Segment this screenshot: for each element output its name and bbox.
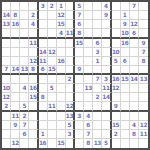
cell-r12c4-empty[interactable] — [29, 102, 38, 111]
cell-r6c1-empty[interactable] — [2, 48, 11, 57]
cell-r8c11-empty[interactable] — [93, 66, 102, 75]
cell-r10c6-given[interactable]: 5 — [48, 84, 57, 93]
cell-r1c13-empty[interactable] — [112, 2, 121, 11]
cell-r3c16-empty[interactable] — [139, 20, 148, 29]
cell-r13c5-empty[interactable] — [39, 112, 48, 121]
cell-r2c4-given[interactable]: 2 — [29, 11, 38, 20]
cell-r9c15-given[interactable]: 14 — [130, 75, 139, 84]
cell-r15c16-given[interactable]: 11 — [139, 130, 148, 139]
cell-r10c14-empty[interactable] — [121, 84, 130, 93]
cell-r12c8-given[interactable]: 12 — [66, 102, 75, 111]
cell-r10c3-given[interactable]: 4 — [20, 84, 29, 93]
cell-r16c14-empty[interactable] — [121, 139, 130, 148]
cell-r15c9-empty[interactable] — [75, 130, 84, 139]
cell-r5c12-empty[interactable] — [102, 39, 111, 48]
cell-r4c3-empty[interactable] — [20, 29, 29, 38]
cell-r2c9-given[interactable]: 7 — [75, 11, 84, 20]
cell-r9c4-empty[interactable] — [29, 75, 38, 84]
cell-r6c4-empty[interactable] — [29, 48, 38, 57]
cell-r11c6-empty[interactable] — [48, 93, 57, 102]
cell-r1c11-empty[interactable] — [93, 2, 102, 11]
cell-r8c4-given[interactable]: 8 — [29, 66, 38, 75]
cell-r3c10-empty[interactable] — [84, 20, 93, 29]
cell-r4c5-empty[interactable] — [39, 29, 48, 38]
cell-r5c13-empty[interactable] — [112, 39, 121, 48]
cell-r1c16-empty[interactable] — [139, 2, 148, 11]
cell-r7c8-empty[interactable] — [66, 57, 75, 66]
cell-r4c7-given[interactable]: 4 — [57, 29, 66, 38]
cell-r3c12-empty[interactable] — [102, 20, 111, 29]
cell-r11c2-empty[interactable] — [11, 93, 20, 102]
cell-r9c9-empty[interactable] — [75, 75, 84, 84]
cell-r2c16-empty[interactable] — [139, 11, 148, 20]
cell-r4c9-given[interactable]: 8 — [75, 29, 84, 38]
cell-r15c2-empty[interactable] — [11, 130, 20, 139]
cell-r1c5-given[interactable]: 3 — [39, 2, 48, 11]
cell-r9c5-empty[interactable] — [39, 75, 48, 84]
cell-r7c2-empty[interactable] — [11, 57, 20, 66]
cell-r10c13-given[interactable]: 12 — [112, 84, 121, 93]
cell-r6c12-empty[interactable] — [102, 48, 111, 57]
cell-r1c15-given[interactable]: 7 — [130, 2, 139, 11]
cell-r6c13-given[interactable]: 10 — [112, 48, 121, 57]
cell-r8c5-given[interactable]: 6 — [39, 66, 48, 75]
cell-r14c5-empty[interactable] — [39, 121, 48, 130]
cell-r16c11-given[interactable]: 13 — [93, 139, 102, 148]
cell-r4c4-empty[interactable] — [29, 29, 38, 38]
cell-r6c16-given[interactable]: 7 — [139, 48, 148, 57]
cell-r14c11-empty[interactable] — [93, 121, 102, 130]
cell-r3c9-given[interactable]: 6 — [75, 20, 84, 29]
cell-r6c11-given[interactable]: 3 — [93, 48, 102, 57]
cell-r13c14-empty[interactable] — [121, 112, 130, 121]
cell-r16c16-empty[interactable] — [139, 139, 148, 148]
cell-r14c1-empty[interactable] — [2, 121, 11, 130]
cell-r1c7-given[interactable]: 1 — [57, 2, 66, 11]
cell-r2c1-given[interactable]: 14 — [2, 11, 11, 20]
cell-r11c11-given[interactable]: 2 — [93, 93, 102, 102]
cell-r5c9-given[interactable]: 15 — [75, 39, 84, 48]
cell-r15c11-empty[interactable] — [93, 130, 102, 139]
cell-r1c4-empty[interactable] — [29, 2, 38, 11]
cell-r7c3-empty[interactable] — [20, 57, 29, 66]
cell-r14c9-empty[interactable] — [75, 121, 84, 130]
cell-r13c12-empty[interactable] — [102, 112, 111, 121]
cell-r5c8-empty[interactable] — [66, 39, 75, 48]
cell-r8c2-given[interactable]: 14 — [11, 66, 20, 75]
cell-r4c12-empty[interactable] — [102, 29, 111, 38]
cell-r4c13-empty[interactable] — [112, 29, 121, 38]
cell-r8c15-empty[interactable] — [130, 66, 139, 75]
cell-r13c3-given[interactable]: 2 — [20, 112, 29, 121]
cell-r2c6-empty[interactable] — [48, 11, 57, 20]
cell-r8c10-empty[interactable] — [84, 66, 93, 75]
cell-r10c5-empty[interactable] — [39, 84, 48, 93]
cell-r2c8-empty[interactable] — [66, 11, 75, 20]
cell-r10c4-given[interactable]: 16 — [29, 84, 38, 93]
cell-r14c7-empty[interactable] — [57, 121, 66, 130]
cell-r14c4-empty[interactable] — [29, 121, 38, 130]
cell-r11c3-empty[interactable] — [20, 93, 29, 102]
cell-r7c6-empty[interactable] — [48, 57, 57, 66]
cell-r1c1-empty[interactable] — [2, 2, 11, 11]
cell-r14c8-given[interactable]: 5 — [66, 121, 75, 130]
cell-r15c14-empty[interactable] — [121, 130, 130, 139]
cell-r10c1-given[interactable]: 10 — [2, 84, 11, 93]
cell-r11c5-given[interactable]: 8 — [39, 93, 48, 102]
cell-r12c5-empty[interactable] — [39, 102, 48, 111]
cell-r12c1-given[interactable]: 2 — [2, 102, 11, 111]
cell-r5c10-empty[interactable] — [84, 39, 93, 48]
cell-r12c2-empty[interactable] — [11, 102, 20, 111]
cell-r13c2-given[interactable]: 11 — [11, 112, 20, 121]
cell-r12c11-empty[interactable] — [93, 102, 102, 111]
cell-r6c9-empty[interactable] — [75, 48, 84, 57]
cell-r14c14-empty[interactable] — [121, 121, 130, 130]
cell-r5c7-empty[interactable] — [57, 39, 66, 48]
cell-r8c3-given[interactable]: 13 — [20, 66, 29, 75]
cell-r16c1-empty[interactable] — [2, 139, 11, 148]
cell-r2c5-empty[interactable] — [39, 11, 48, 20]
cell-r10c10-given[interactable]: 13 — [84, 84, 93, 93]
cell-r13c13-empty[interactable] — [112, 112, 121, 121]
cell-r14c15-given[interactable]: 4 — [130, 121, 139, 130]
cell-r3c5-empty[interactable] — [39, 20, 48, 29]
cell-r14c10-given[interactable]: 6 — [84, 121, 93, 130]
cell-r2c12-given[interactable]: 9 — [102, 11, 111, 20]
cell-r10c9-empty[interactable] — [75, 84, 84, 93]
cell-r13c15-empty[interactable] — [130, 112, 139, 121]
cell-r10c15-empty[interactable] — [130, 84, 139, 93]
cell-r9c2-empty[interactable] — [11, 75, 20, 84]
cell-r5c15-empty[interactable] — [130, 39, 139, 48]
cell-r15c4-empty[interactable] — [29, 130, 38, 139]
cell-r1c3-empty[interactable] — [20, 2, 29, 11]
cell-r8c12-empty[interactable] — [102, 66, 111, 75]
cell-r15c13-given[interactable]: 2 — [112, 130, 121, 139]
cell-r7c12-empty[interactable] — [102, 57, 111, 66]
cell-r9c11-given[interactable]: 7 — [93, 75, 102, 84]
cell-r4c15-given[interactable]: 6 — [130, 29, 139, 38]
cell-r9c1-empty[interactable] — [2, 75, 11, 84]
cell-r16c12-given[interactable]: 5 — [102, 139, 111, 148]
cell-r16c9-empty[interactable] — [75, 139, 84, 148]
cell-r14c2-given[interactable]: 9 — [11, 121, 20, 130]
cell-r1c12-given[interactable]: 4 — [102, 2, 111, 11]
cell-r4c2-empty[interactable] — [11, 29, 20, 38]
cell-r11c14-empty[interactable] — [121, 93, 130, 102]
cell-r9c6-empty[interactable] — [48, 75, 57, 84]
cell-r7c1-empty[interactable] — [2, 57, 11, 66]
cell-r5c11-given[interactable]: 6 — [93, 39, 102, 48]
cell-r11c10-empty[interactable] — [84, 93, 93, 102]
cell-r13c1-empty[interactable] — [2, 112, 11, 121]
cell-r5c16-given[interactable]: 9 — [139, 39, 148, 48]
cell-r3c3-empty[interactable] — [20, 20, 29, 29]
cell-r10c7-empty[interactable] — [57, 84, 66, 93]
cell-r12c3-given[interactable]: 5 — [20, 102, 29, 111]
cell-r11c9-empty[interactable] — [75, 93, 84, 102]
cell-r11c12-given[interactable]: 14 — [102, 93, 111, 102]
cell-r3c14-given[interactable]: 9 — [121, 20, 130, 29]
cell-r7c11-given[interactable]: 1 — [93, 57, 102, 66]
cell-r8c6-given[interactable]: 15 — [48, 66, 57, 75]
cell-r3c8-empty[interactable] — [66, 20, 75, 29]
cell-r7c7-given[interactable]: 16 — [57, 57, 66, 66]
cell-r4c1-empty[interactable] — [2, 29, 11, 38]
cell-r13c10-given[interactable]: 4 — [84, 112, 93, 121]
cell-r3c6-empty[interactable] — [48, 20, 57, 29]
cell-r10c8-empty[interactable] — [66, 84, 75, 93]
cell-r13c8-given[interactable]: 13 — [66, 112, 75, 121]
cell-r8c8-empty[interactable] — [66, 66, 75, 75]
cell-r16c5-given[interactable]: 16 — [39, 139, 48, 148]
cell-r16c8-empty[interactable] — [66, 139, 75, 148]
cell-r15c12-empty[interactable] — [102, 130, 111, 139]
cell-r10c11-empty[interactable] — [93, 84, 102, 93]
cell-r6c2-empty[interactable] — [11, 48, 20, 57]
cell-r1c10-empty[interactable] — [84, 2, 93, 11]
cell-r16c13-empty[interactable] — [112, 139, 121, 148]
cell-r5c14-given[interactable]: 16 — [121, 39, 130, 48]
cell-r10c16-empty[interactable] — [139, 84, 148, 93]
cell-r3c7-given[interactable]: 15 — [57, 20, 66, 29]
cell-r16c3-empty[interactable] — [20, 139, 29, 148]
cell-r15c3-given[interactable]: 6 — [20, 130, 29, 139]
cell-r4c16-empty[interactable] — [139, 29, 148, 38]
cell-r11c13-empty[interactable] — [112, 93, 121, 102]
cell-r13c9-given[interactable]: 3 — [75, 112, 84, 121]
cell-r6c7-empty[interactable] — [57, 48, 66, 57]
cell-r7c13-given[interactable]: 5 — [112, 57, 121, 66]
cell-r7c10-empty[interactable] — [84, 57, 93, 66]
cell-r1c8-empty[interactable] — [66, 2, 75, 11]
cell-r14c6-empty[interactable] — [48, 121, 57, 130]
cell-r1c6-given[interactable]: 2 — [48, 2, 57, 11]
cell-r3c13-empty[interactable] — [112, 20, 121, 29]
cell-r9c3-empty[interactable] — [20, 75, 29, 84]
cell-r12c6-given[interactable]: 11 — [48, 102, 57, 111]
cell-r1c2-empty[interactable] — [11, 2, 20, 11]
cell-r3c1-given[interactable]: 13 — [2, 20, 11, 29]
cell-r9c16-given[interactable]: 13 — [139, 75, 148, 84]
cell-r11c7-empty[interactable] — [57, 93, 66, 102]
cell-r9c8-given[interactable]: 2 — [66, 75, 75, 84]
cell-r2c3-empty[interactable] — [20, 11, 29, 20]
cell-r7c9-empty[interactable] — [75, 57, 84, 66]
cell-r15c1-empty[interactable] — [2, 130, 11, 139]
cell-r15c7-empty[interactable] — [57, 130, 66, 139]
cell-r12c9-empty[interactable] — [75, 102, 84, 111]
cell-r11c15-empty[interactable] — [130, 93, 139, 102]
cell-r12c13-given[interactable]: 9 — [112, 102, 121, 111]
cell-r13c11-empty[interactable] — [93, 112, 102, 121]
cell-r16c6-empty[interactable] — [48, 139, 57, 148]
cell-r10c12-given[interactable]: 11 — [102, 84, 111, 93]
cell-r6c6-given[interactable]: 12 — [48, 48, 57, 57]
cell-r13c4-empty[interactable] — [29, 112, 38, 121]
cell-r5c5-empty[interactable] — [39, 39, 48, 48]
cell-r10c2-empty[interactable] — [11, 84, 20, 93]
cell-r2c10-empty[interactable] — [84, 11, 93, 20]
cell-r11c16-empty[interactable] — [139, 93, 148, 102]
cell-r7c15-empty[interactable] — [130, 57, 139, 66]
cell-r14c3-given[interactable]: 7 — [20, 121, 29, 130]
cell-r8c16-empty[interactable] — [139, 66, 148, 75]
cell-r15c5-given[interactable]: 1 — [39, 130, 48, 139]
cell-r8c7-empty[interactable] — [57, 66, 66, 75]
cell-r8c1-given[interactable]: 7 — [2, 66, 11, 75]
cell-r12c10-empty[interactable] — [84, 102, 93, 111]
cell-r15c6-empty[interactable] — [48, 130, 57, 139]
cell-r3c4-given[interactable]: 4 — [29, 20, 38, 29]
cell-r9c7-empty[interactable] — [57, 75, 66, 84]
cell-r4c10-empty[interactable] — [84, 29, 93, 38]
cell-r16c10-given[interactable]: 8 — [84, 139, 93, 148]
cell-r13c16-empty[interactable] — [139, 112, 148, 121]
cell-r15c15-given[interactable]: 8 — [130, 130, 139, 139]
cell-r6c3-empty[interactable] — [20, 48, 29, 57]
cell-r4c11-empty[interactable] — [93, 29, 102, 38]
cell-r9c14-given[interactable]: 15 — [121, 75, 130, 84]
cell-r15c10-given[interactable]: 7 — [84, 130, 93, 139]
cell-r8c9-given[interactable]: 9 — [75, 66, 84, 75]
cell-r7c5-given[interactable]: 11 — [39, 57, 48, 66]
cell-r7c14-given[interactable]: 6 — [121, 57, 130, 66]
cell-r2c13-empty[interactable] — [112, 11, 121, 20]
cell-r5c1-empty[interactable] — [2, 39, 11, 48]
cell-r2c15-empty[interactable] — [130, 11, 139, 20]
cell-r5c4-given[interactable]: 11 — [29, 39, 38, 48]
cell-r6c5-given[interactable]: 14 — [39, 48, 48, 57]
cell-r3c2-given[interactable]: 16 — [11, 20, 20, 29]
cell-r12c15-empty[interactable] — [130, 102, 139, 111]
cell-r2c2-given[interactable]: 8 — [11, 11, 20, 20]
cell-r8c14-empty[interactable] — [121, 66, 130, 75]
cell-r9c10-empty[interactable] — [84, 75, 93, 84]
cell-r15c8-given[interactable]: 3 — [66, 130, 75, 139]
cell-r6c14-empty[interactable] — [121, 48, 130, 57]
cell-r11c8-empty[interactable] — [66, 93, 75, 102]
cell-r8c13-empty[interactable] — [112, 66, 121, 75]
cell-r11c4-given[interactable]: 15 — [29, 93, 38, 102]
cell-r5c2-empty[interactable] — [11, 39, 20, 48]
cell-r16c4-empty[interactable] — [29, 139, 38, 148]
cell-r11c1-given[interactable]: 12 — [2, 93, 11, 102]
cell-r3c11-empty[interactable] — [93, 20, 102, 29]
cell-r16c2-given[interactable]: 12 — [11, 139, 20, 148]
cell-r4c6-empty[interactable] — [48, 29, 57, 38]
cell-r14c16-given[interactable]: 12 — [139, 121, 148, 130]
cell-r9c12-given[interactable]: 3 — [102, 75, 111, 84]
sudoku-board: 3215471482127911316415691241181061115616… — [0, 0, 150, 150]
cell-r16c15-empty[interactable] — [130, 139, 139, 148]
cell-r16c7-given[interactable]: 15 — [57, 139, 66, 148]
cell-r3c15-given[interactable]: 12 — [130, 20, 139, 29]
cell-r6c10-empty[interactable] — [84, 48, 93, 57]
cell-r2c11-empty[interactable] — [93, 11, 102, 20]
cell-r2c14-given[interactable]: 1 — [121, 11, 130, 20]
cell-r5c6-empty[interactable] — [48, 39, 57, 48]
cell-r12c7-empty[interactable] — [57, 102, 66, 111]
cell-r13c7-empty[interactable] — [57, 112, 66, 121]
cell-r1c14-empty[interactable] — [121, 2, 130, 11]
cell-r9c13-given[interactable]: 16 — [112, 75, 121, 84]
cell-r13c6-empty[interactable] — [48, 112, 57, 121]
cell-r7c4-given[interactable]: 12 — [29, 57, 38, 66]
cell-r2c7-given[interactable]: 12 — [57, 11, 66, 20]
cell-r6c15-empty[interactable] — [130, 48, 139, 57]
cell-r14c13-given[interactable]: 15 — [112, 121, 121, 130]
cell-r12c12-empty[interactable] — [102, 102, 111, 111]
cell-r7c16-given[interactable]: 8 — [139, 57, 148, 66]
cell-r12c16-empty[interactable] — [139, 102, 148, 111]
cell-r14c12-empty[interactable] — [102, 121, 111, 130]
cell-r5c3-empty[interactable] — [20, 39, 29, 48]
cell-r12c14-empty[interactable] — [121, 102, 130, 111]
cell-r4c14-given[interactable]: 10 — [121, 29, 130, 38]
cell-r1c9-given[interactable]: 5 — [75, 2, 84, 11]
cell-r4c8-given[interactable]: 11 — [66, 29, 75, 38]
cell-r6c8-empty[interactable] — [66, 48, 75, 57]
